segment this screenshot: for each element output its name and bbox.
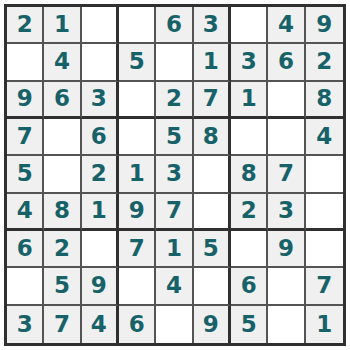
cell-r6c3: 1 <box>82 194 119 231</box>
given-digit: 6 <box>17 237 33 260</box>
cell-r5c9[interactable] <box>306 156 343 193</box>
given-digit: 1 <box>166 237 182 260</box>
cell-r4c7[interactable] <box>231 119 268 156</box>
cell-r8c6[interactable] <box>194 268 231 305</box>
cell-r9c8[interactable] <box>268 306 305 343</box>
given-digit: 7 <box>278 162 294 185</box>
cell-r5c1: 5 <box>7 156 44 193</box>
given-digit: 3 <box>278 199 294 222</box>
cell-r2c2: 4 <box>44 44 81 81</box>
given-digit: 7 <box>54 313 70 336</box>
given-digit: 2 <box>54 237 70 260</box>
given-digit: 5 <box>17 162 33 185</box>
cell-r3c1: 9 <box>7 82 44 119</box>
given-digit: 6 <box>241 274 257 297</box>
cell-r2c6: 1 <box>194 44 231 81</box>
cell-r2c7: 3 <box>231 44 268 81</box>
cell-r2c5[interactable] <box>156 44 193 81</box>
given-digit: 9 <box>316 13 332 36</box>
cell-r1c7[interactable] <box>231 7 268 44</box>
cell-r3c7: 1 <box>231 82 268 119</box>
given-digit: 4 <box>166 274 182 297</box>
given-digit: 1 <box>316 313 332 336</box>
cell-r9c2: 7 <box>44 306 81 343</box>
given-digit: 7 <box>166 199 182 222</box>
cell-r8c9: 7 <box>306 268 343 305</box>
given-digit: 3 <box>241 50 257 73</box>
given-digit: 4 <box>54 50 70 73</box>
cell-r5c7: 8 <box>231 156 268 193</box>
cell-r5c6[interactable] <box>194 156 231 193</box>
cell-r2c4: 5 <box>119 44 156 81</box>
cell-r6c6[interactable] <box>194 194 231 231</box>
cell-r9c1: 3 <box>7 306 44 343</box>
cell-r5c3: 2 <box>82 156 119 193</box>
cell-r4c9: 4 <box>306 119 343 156</box>
cell-r3c6: 7 <box>194 82 231 119</box>
cell-r3c5: 2 <box>156 82 193 119</box>
given-digit: 6 <box>166 13 182 36</box>
cell-r8c3: 9 <box>82 268 119 305</box>
given-digit: 9 <box>203 313 219 336</box>
cell-r3c3: 3 <box>82 82 119 119</box>
cell-r1c1: 2 <box>7 7 44 44</box>
given-digit: 3 <box>17 313 33 336</box>
cell-r4c1: 7 <box>7 119 44 156</box>
given-digit: 8 <box>316 87 332 110</box>
given-digit: 2 <box>166 87 182 110</box>
given-digit: 1 <box>203 50 219 73</box>
given-digit: 1 <box>91 199 107 222</box>
cell-r4c6: 8 <box>194 119 231 156</box>
given-digit: 5 <box>166 125 182 148</box>
cell-r1c5: 6 <box>156 7 193 44</box>
given-digit: 2 <box>17 13 33 36</box>
given-digit: 2 <box>91 162 107 185</box>
cell-r3c9: 8 <box>306 82 343 119</box>
cell-r6c1: 4 <box>7 194 44 231</box>
given-digit: 6 <box>278 50 294 73</box>
given-digit: 3 <box>203 13 219 36</box>
sudoku-board: 2163494513629632718765845213874819723627… <box>4 4 346 346</box>
cell-r1c3[interactable] <box>82 7 119 44</box>
cell-r6c9[interactable] <box>306 194 343 231</box>
cell-r6c2: 8 <box>44 194 81 231</box>
given-digit: 5 <box>54 274 70 297</box>
cell-r6c7: 2 <box>231 194 268 231</box>
cell-r7c5: 1 <box>156 231 193 268</box>
cell-r9c6: 9 <box>194 306 231 343</box>
cell-r8c1[interactable] <box>7 268 44 305</box>
given-digit: 1 <box>54 13 70 36</box>
given-digit: 9 <box>278 237 294 260</box>
cell-r8c2: 5 <box>44 268 81 305</box>
cell-r3c8[interactable] <box>268 82 305 119</box>
cell-r1c8: 4 <box>268 7 305 44</box>
cell-r7c7[interactable] <box>231 231 268 268</box>
cell-r9c3: 4 <box>82 306 119 343</box>
cell-r7c6: 5 <box>194 231 231 268</box>
cell-r4c4[interactable] <box>119 119 156 156</box>
given-digit: 4 <box>278 13 294 36</box>
cell-r4c2[interactable] <box>44 119 81 156</box>
cell-r7c1: 6 <box>7 231 44 268</box>
cell-r3c2: 6 <box>44 82 81 119</box>
cell-r8c8[interactable] <box>268 268 305 305</box>
given-digit: 6 <box>54 87 70 110</box>
cell-r9c4: 6 <box>119 306 156 343</box>
cell-r4c3: 6 <box>82 119 119 156</box>
cell-r5c5: 3 <box>156 156 193 193</box>
given-digit: 8 <box>241 162 257 185</box>
cell-r3c4[interactable] <box>119 82 156 119</box>
cell-r2c9: 2 <box>306 44 343 81</box>
cell-r7c2: 2 <box>44 231 81 268</box>
cell-r7c4: 7 <box>119 231 156 268</box>
given-digit: 4 <box>316 125 332 148</box>
given-digit: 7 <box>203 87 219 110</box>
cell-r7c8: 9 <box>268 231 305 268</box>
cell-r2c8: 6 <box>268 44 305 81</box>
given-digit: 9 <box>129 199 145 222</box>
cell-r2c1[interactable] <box>7 44 44 81</box>
given-digit: 2 <box>316 50 332 73</box>
given-digit: 6 <box>129 313 145 336</box>
given-digit: 7 <box>129 237 145 260</box>
given-digit: 7 <box>316 274 332 297</box>
cell-r6c5: 7 <box>156 194 193 231</box>
cell-r8c7: 6 <box>231 268 268 305</box>
cell-r4c5: 5 <box>156 119 193 156</box>
given-digit: 9 <box>17 87 33 110</box>
cell-r1c2: 1 <box>44 7 81 44</box>
given-digit: 2 <box>241 199 257 222</box>
cell-r5c8: 7 <box>268 156 305 193</box>
given-digit: 1 <box>129 162 145 185</box>
cell-r7c3[interactable] <box>82 231 119 268</box>
cell-r9c5[interactable] <box>156 306 193 343</box>
given-digit: 8 <box>203 125 219 148</box>
cell-r9c7: 5 <box>231 306 268 343</box>
cell-r1c9: 9 <box>306 7 343 44</box>
cell-r8c4[interactable] <box>119 268 156 305</box>
given-digit: 3 <box>166 162 182 185</box>
given-digit: 5 <box>241 313 257 336</box>
cell-r5c4: 1 <box>119 156 156 193</box>
given-digit: 4 <box>17 199 33 222</box>
cell-r1c4[interactable] <box>119 7 156 44</box>
cell-r2c3[interactable] <box>82 44 119 81</box>
cell-r4c8[interactable] <box>268 119 305 156</box>
given-digit: 5 <box>129 50 145 73</box>
sudoku-page: 2163494513629632718765845213874819723627… <box>0 0 350 350</box>
given-digit: 8 <box>54 199 70 222</box>
given-digit: 6 <box>91 125 107 148</box>
given-digit: 7 <box>17 125 33 148</box>
cell-r6c8: 3 <box>268 194 305 231</box>
cell-r9c9: 1 <box>306 306 343 343</box>
cell-r7c9[interactable] <box>306 231 343 268</box>
given-digit: 5 <box>203 237 219 260</box>
cell-r8c5: 4 <box>156 268 193 305</box>
given-digit: 1 <box>241 87 257 110</box>
given-digit: 3 <box>91 87 107 110</box>
given-digit: 4 <box>91 313 107 336</box>
cell-r5c2[interactable] <box>44 156 81 193</box>
cell-r6c4: 9 <box>119 194 156 231</box>
cell-r1c6: 3 <box>194 7 231 44</box>
given-digit: 9 <box>91 274 107 297</box>
